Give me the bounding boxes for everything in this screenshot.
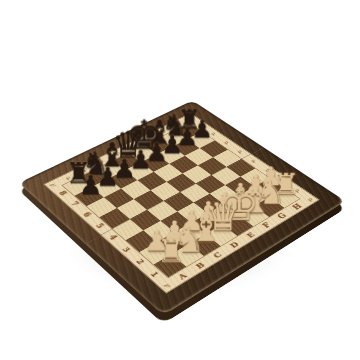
file-label-c: C (212, 251, 224, 259)
file-label-e: E (245, 231, 256, 239)
decor-motif: ℘ (306, 197, 314, 202)
piece-black-pawn[interactable]: ♟ (79, 172, 102, 198)
decor-motif: ℘ (222, 140, 229, 144)
file-label-h: H (291, 203, 303, 211)
file-label-g: G (276, 212, 288, 220)
rank-label-6: 6 (82, 211, 93, 218)
file-label-f: F (261, 222, 272, 229)
file-label-d: D (228, 241, 240, 249)
file-label-b: B (194, 261, 206, 270)
rank-label-2: 2 (135, 258, 146, 266)
rank-label-4: 4 (107, 234, 118, 241)
photo-scene: ℘℘℘℘℘℘℘℘℘℘8♜♞♝♛♚♝♞♜℘7♟♟♟♟♟♟♟♟℘6℘5℘4℘3℘2♟… (0, 0, 360, 360)
decor-motif: ℘ (249, 159, 256, 164)
rank-label-3: 3 (121, 246, 132, 254)
rank-label-8: 8 (58, 190, 68, 196)
rank-label-7: 7 (69, 201, 80, 208)
rank-label-5: 5 (94, 223, 105, 230)
file-label-a: A (177, 272, 189, 281)
decor-motif: ℘ (163, 282, 172, 288)
decor-motif: ℘ (49, 182, 57, 187)
decor-motif: ℘ (236, 149, 243, 154)
piece-white-rook[interactable]: ♜ (157, 236, 186, 268)
decor-motif-cell: ℘ (156, 277, 178, 293)
rank-label-1: 1 (149, 271, 161, 279)
